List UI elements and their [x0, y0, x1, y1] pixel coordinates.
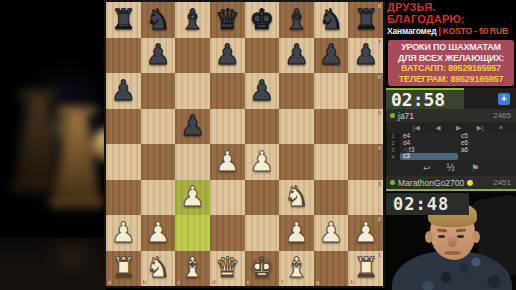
square-b1[interactable]: ♞b [141, 251, 176, 287]
square-g8[interactable]: ♞ [314, 2, 349, 38]
draw-offer-button[interactable]: ½ [447, 161, 455, 175]
square-c2[interactable] [175, 215, 210, 251]
file-label: g [316, 279, 320, 285]
square-a7[interactable] [106, 38, 141, 74]
top-clock-time: 02:58 [386, 90, 464, 109]
square-f5[interactable] [279, 109, 314, 145]
square-c5[interactable]: ♟ [175, 109, 210, 145]
square-b3[interactable] [141, 180, 176, 216]
square-e6[interactable]: ♟ [245, 73, 280, 109]
bottom-player-row: MarathonGo2700 2451 [386, 176, 516, 189]
square-d1[interactable]: ♛d [210, 251, 245, 287]
move-row: 4 c3 [386, 153, 516, 160]
sidebar: ДРУЗЬЯ. БЛАГОДАРЮ: Ханмагомед | KOSTO - … [386, 0, 516, 290]
square-a2[interactable]: ♟ [106, 215, 141, 251]
move-number: 4 [386, 154, 400, 160]
file-label: e [247, 279, 250, 285]
online-status-dot [390, 113, 395, 118]
square-c7[interactable] [175, 38, 210, 74]
square-f1[interactable]: ♝f [279, 251, 314, 287]
promo-telegram: ТЕЛЕГРАМ: 89529165957 [388, 74, 514, 85]
rank-label: 5 [378, 110, 381, 116]
file-label: b [143, 279, 147, 285]
square-h7[interactable]: ♟7 [348, 38, 383, 74]
file-label: d [212, 279, 216, 285]
square-g1[interactable]: g [314, 251, 349, 287]
piece-white-pawn: ♟ [245, 144, 280, 180]
streamer-eye [438, 235, 445, 238]
square-a1[interactable]: ♜a [106, 251, 141, 287]
bottom-player-rating: 2451 [493, 178, 511, 187]
smiley-flair-icon [467, 180, 473, 186]
square-g6[interactable] [314, 73, 349, 109]
square-b7[interactable]: ♟ [141, 38, 176, 74]
chess-board[interactable]: ♜♞♝♛♚♝♞♜8♟♟♟♟♟7♟♟6♟5♟♟4♟♞3♟♟♟♟♟2♜a♞b♝c♛d… [104, 0, 385, 288]
square-d2[interactable] [210, 215, 245, 251]
streamer-nose [448, 235, 457, 247]
add-time-button[interactable]: + [498, 93, 510, 105]
piece-black-pawn: ♟ [245, 73, 280, 109]
piece-black-queen: ♛ [210, 2, 245, 38]
square-e5[interactable] [245, 109, 280, 145]
square-b4[interactable] [141, 144, 176, 180]
previous-move-icon[interactable]: ◀ [435, 122, 440, 133]
square-b6[interactable] [141, 73, 176, 109]
square-e4[interactable]: ♟ [245, 144, 280, 180]
bottom-player-clock: 02:48 [386, 193, 469, 215]
rank-label: 7 [378, 39, 381, 45]
rank-label: 1 [378, 252, 381, 258]
square-f3[interactable]: ♞ [279, 180, 314, 216]
promo-line-1: УРОКИ ПО ШАХМАТАМ [388, 42, 514, 53]
square-d5[interactable] [210, 109, 245, 145]
square-a3[interactable] [106, 180, 141, 216]
go-to-end-icon[interactable]: ▶| [477, 122, 484, 133]
piece-black-knight: ♞ [314, 2, 349, 38]
go-to-start-icon[interactable]: |◀ [413, 122, 420, 133]
file-label: f [281, 279, 283, 285]
piece-white-pawn: ♟ [141, 215, 176, 251]
rank-label: 6 [378, 74, 381, 80]
streamer-ear [472, 231, 480, 243]
piece-black-pawn: ♟ [106, 73, 141, 109]
bottom-clock-time: 02:48 [386, 193, 469, 215]
background-art [0, 0, 106, 290]
square-d4[interactable]: ♟ [210, 144, 245, 180]
move-number: 1 [386, 133, 400, 139]
square-d7[interactable]: ♟ [210, 38, 245, 74]
square-f7[interactable]: ♟ [279, 38, 314, 74]
square-b2[interactable]: ♟ [141, 215, 176, 251]
file-label: a [108, 279, 111, 285]
square-h3[interactable]: 3 [348, 180, 383, 216]
top-player-rating: 2465 [493, 111, 511, 120]
square-h1[interactable]: ♜1h [348, 251, 383, 287]
rank-label: 2 [378, 216, 381, 222]
stream-screen: ♜♞♝♛♚♝♞♜8♟♟♟♟♟7♟♟6♟5♟♟4♟♞3♟♟♟♟♟2♜a♞b♝c♛d… [0, 0, 516, 290]
promo-banner: УРОКИ ПО ШАХМАТАМ ДЛЯ ВСЕХ ЖЕЛАЮЩИХ: ВАТ… [388, 40, 514, 86]
rank-label: 3 [378, 181, 381, 187]
square-f4[interactable] [279, 144, 314, 180]
background-reflection [46, 240, 98, 274]
black-move[interactable]: a6 [458, 147, 468, 154]
square-b5[interactable] [141, 109, 176, 145]
background-floor [0, 238, 106, 290]
move-number: 3 [386, 147, 400, 153]
menu-icon[interactable]: ≡ [499, 122, 503, 133]
active-clock-highlight: 02:58 [386, 88, 464, 109]
square-h5[interactable]: 5 [348, 109, 383, 145]
square-c6[interactable] [175, 73, 210, 109]
square-c3[interactable]: ♟ [175, 180, 210, 216]
square-g5[interactable] [314, 109, 349, 145]
online-status-dot [390, 180, 395, 185]
square-e1[interactable]: ♚e [245, 251, 280, 287]
streamer-eye [457, 235, 464, 238]
donor-name: Ханмагомед [387, 26, 436, 36]
resign-flag-icon[interactable]: ⚑ [471, 161, 479, 175]
square-h6[interactable]: 6 [348, 73, 383, 109]
rank-label: 8 [378, 3, 381, 9]
square-e8[interactable]: ♚ [245, 2, 280, 38]
top-player-clock: 02:58 + [386, 88, 516, 109]
takeback-icon[interactable]: ↩ [423, 161, 431, 175]
streamer-ear [425, 231, 433, 243]
promo-line-2: ДЛЯ ВСЕХ ЖЕЛАЮЩИХ: [388, 53, 514, 64]
background-pawn-bronze [48, 112, 106, 209]
square-h8[interactable]: ♜8 [348, 2, 383, 38]
square-g2[interactable]: ♟ [314, 215, 349, 251]
piece-white-pawn: ♟ [175, 180, 210, 216]
piece-white-pawn: ♟ [106, 215, 141, 251]
square-h4[interactable]: 4 [348, 144, 383, 180]
piece-black-rook: ♜ [106, 2, 141, 38]
square-a8[interactable]: ♜ [106, 2, 141, 38]
piece-black-bishop: ♝ [175, 2, 210, 38]
square-h2[interactable]: ♟2 [348, 215, 383, 251]
square-c1[interactable]: ♝c [175, 251, 210, 287]
square-a6[interactable]: ♟ [106, 73, 141, 109]
square-f6[interactable] [279, 73, 314, 109]
square-d6[interactable] [210, 73, 245, 109]
piece-white-pawn: ♟ [314, 215, 349, 251]
piece-black-pawn: ♟ [279, 38, 314, 74]
file-label: h [350, 279, 354, 285]
file-label: c [177, 279, 180, 285]
top-player-row: ja71 2465 [386, 109, 516, 122]
piece-black-knight: ♞ [141, 2, 176, 38]
square-b8[interactable]: ♞ [141, 2, 176, 38]
piece-black-pawn: ♟ [314, 38, 349, 74]
square-a5[interactable] [106, 109, 141, 145]
piece-black-king: ♚ [245, 2, 280, 38]
square-g4[interactable] [314, 144, 349, 180]
piece-black-pawn: ♟ [210, 38, 245, 74]
square-g3[interactable] [314, 180, 349, 216]
game-actions: ↩ ½ ⚑ [386, 160, 516, 176]
square-a4[interactable] [106, 144, 141, 180]
square-c4[interactable] [175, 144, 210, 180]
square-f2[interactable]: ♟ [279, 215, 314, 251]
square-e2[interactable] [245, 215, 280, 251]
streamer-mouth [444, 251, 461, 255]
square-d3[interactable] [210, 180, 245, 216]
piece-white-bishop: ♝ [279, 251, 314, 287]
square-g7[interactable]: ♟ [314, 38, 349, 74]
move-list: 1 e4 c5 2 d4 e6 3 ♘f3 a6 4 c3 [386, 133, 516, 160]
current-move[interactable]: c3 [400, 153, 458, 160]
donor-detail: | KOSTO - 50 RUB [436, 26, 508, 36]
piece-white-knight: ♞ [279, 180, 314, 216]
square-e7[interactable] [245, 38, 280, 74]
piece-white-pawn: ♟ [210, 144, 245, 180]
piece-black-pawn: ♟ [141, 38, 176, 74]
square-e3[interactable] [245, 180, 280, 216]
streamer-webcam: 02:48 [386, 189, 516, 290]
piece-black-bishop: ♝ [279, 2, 314, 38]
piece-white-pawn: ♟ [279, 215, 314, 251]
square-d8[interactable]: ♛ [210, 2, 245, 38]
donation-title: ДРУЗЬЯ. БЛАГОДАРЮ: [387, 1, 515, 25]
move-number: 2 [386, 140, 400, 146]
top-player-name[interactable]: ja71 [398, 111, 414, 121]
piece-black-pawn: ♟ [175, 109, 210, 145]
rank-label: 4 [378, 145, 381, 151]
donation-line: Ханмагомед | KOSTO - 50 RUB [387, 26, 516, 36]
bottom-player-name[interactable]: MarathonGo2700 [398, 178, 464, 188]
square-f8[interactable]: ♝ [279, 2, 314, 38]
promo-whatsapp: ВАТСАПП: 89529165957 [388, 63, 514, 74]
square-c8[interactable]: ♝ [175, 2, 210, 38]
